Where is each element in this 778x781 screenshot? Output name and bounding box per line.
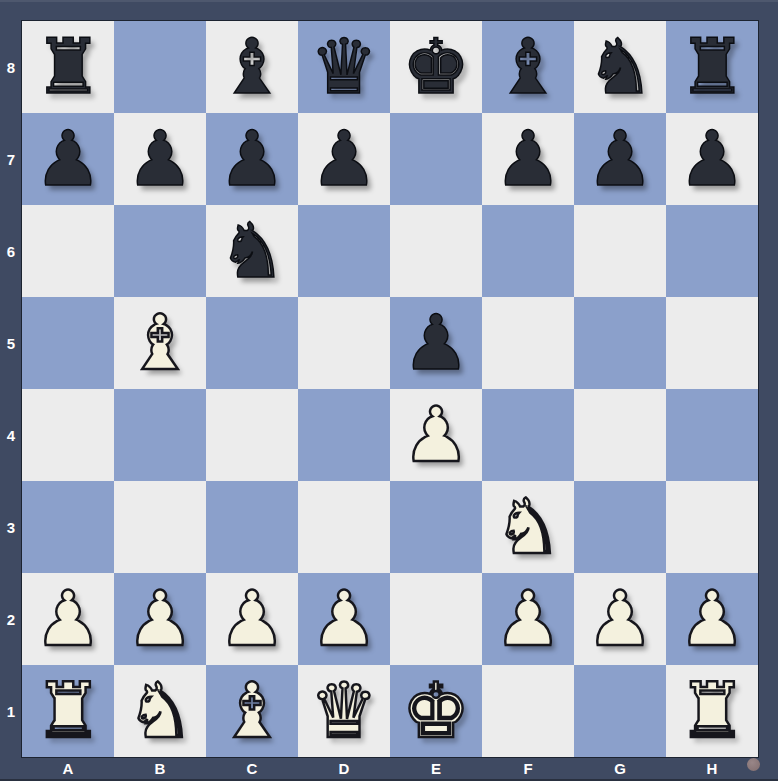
square-b3[interactable] xyxy=(114,481,206,573)
rank-coordinates: 87654321 xyxy=(0,21,22,757)
square-h2[interactable]: ♟ xyxy=(666,573,758,665)
square-g8[interactable]: ♞ xyxy=(574,21,666,113)
white-pawn[interactable]: ♟ xyxy=(298,573,390,665)
square-h4[interactable] xyxy=(666,389,758,481)
square-d7[interactable]: ♟ xyxy=(298,113,390,205)
square-g5[interactable] xyxy=(574,297,666,389)
black-king[interactable]: ♚ xyxy=(390,21,482,113)
black-bishop[interactable]: ♝ xyxy=(482,21,574,113)
white-knight[interactable]: ♞ xyxy=(482,481,574,573)
chess-board-frame: 87654321 ♜♝♛♚♝♞♜♟♟♟♟♟♟♟♞♝♟♟♞♟♟♟♟♟♟♟♜♞♝♛♚… xyxy=(0,0,778,781)
square-f3[interactable]: ♞ xyxy=(482,481,574,573)
black-rook[interactable]: ♜ xyxy=(666,21,758,113)
file-label-c: C xyxy=(206,757,298,780)
white-pawn[interactable]: ♟ xyxy=(114,573,206,665)
file-coordinates: ABCDEFGH xyxy=(22,757,758,780)
square-f2[interactable]: ♟ xyxy=(482,573,574,665)
square-g1[interactable] xyxy=(574,665,666,757)
square-a4[interactable] xyxy=(22,389,114,481)
white-pawn[interactable]: ♟ xyxy=(574,573,666,665)
square-b2[interactable]: ♟ xyxy=(114,573,206,665)
white-pawn[interactable]: ♟ xyxy=(206,573,298,665)
white-queen[interactable]: ♛ xyxy=(298,665,390,757)
square-d4[interactable] xyxy=(298,389,390,481)
black-pawn[interactable]: ♟ xyxy=(390,297,482,389)
square-d2[interactable]: ♟ xyxy=(298,573,390,665)
rank-label-1: 1 xyxy=(0,665,22,757)
square-h5[interactable] xyxy=(666,297,758,389)
square-h1[interactable]: ♜ xyxy=(666,665,758,757)
white-bishop[interactable]: ♝ xyxy=(206,665,298,757)
square-d8[interactable]: ♛ xyxy=(298,21,390,113)
file-label-a: A xyxy=(22,757,114,780)
black-knight[interactable]: ♞ xyxy=(206,205,298,297)
square-e7[interactable] xyxy=(390,113,482,205)
white-pawn[interactable]: ♟ xyxy=(22,573,114,665)
white-rook[interactable]: ♜ xyxy=(22,665,114,757)
square-c5[interactable] xyxy=(206,297,298,389)
white-bishop[interactable]: ♝ xyxy=(114,297,206,389)
square-a8[interactable]: ♜ xyxy=(22,21,114,113)
square-h3[interactable] xyxy=(666,481,758,573)
rank-label-5: 5 xyxy=(0,297,22,389)
square-a3[interactable] xyxy=(22,481,114,573)
square-c4[interactable] xyxy=(206,389,298,481)
file-label-h: H xyxy=(666,757,758,780)
black-rook[interactable]: ♜ xyxy=(22,21,114,113)
square-g7[interactable]: ♟ xyxy=(574,113,666,205)
black-bishop[interactable]: ♝ xyxy=(206,21,298,113)
black-pawn[interactable]: ♟ xyxy=(114,113,206,205)
square-f1[interactable] xyxy=(482,665,574,757)
square-f4[interactable] xyxy=(482,389,574,481)
square-e3[interactable] xyxy=(390,481,482,573)
rank-label-3: 3 xyxy=(0,481,22,573)
square-h6[interactable] xyxy=(666,205,758,297)
square-a2[interactable]: ♟ xyxy=(22,573,114,665)
square-g6[interactable] xyxy=(574,205,666,297)
square-c8[interactable]: ♝ xyxy=(206,21,298,113)
black-pawn[interactable]: ♟ xyxy=(298,113,390,205)
square-f6[interactable] xyxy=(482,205,574,297)
square-b8[interactable] xyxy=(114,21,206,113)
square-e1[interactable]: ♚ xyxy=(390,665,482,757)
square-f5[interactable] xyxy=(482,297,574,389)
square-b5[interactable]: ♝ xyxy=(114,297,206,389)
square-b7[interactable]: ♟ xyxy=(114,113,206,205)
square-f7[interactable]: ♟ xyxy=(482,113,574,205)
black-queen[interactable]: ♛ xyxy=(298,21,390,113)
black-pawn[interactable]: ♟ xyxy=(206,113,298,205)
white-knight[interactable]: ♞ xyxy=(114,665,206,757)
square-e6[interactable] xyxy=(390,205,482,297)
file-label-d: D xyxy=(298,757,390,780)
square-h8[interactable]: ♜ xyxy=(666,21,758,113)
square-c2[interactable]: ♟ xyxy=(206,573,298,665)
rank-label-8: 8 xyxy=(0,21,22,113)
rank-label-7: 7 xyxy=(0,113,22,205)
square-a1[interactable]: ♜ xyxy=(22,665,114,757)
rank-label-6: 6 xyxy=(0,205,22,297)
rank-label-4: 4 xyxy=(0,389,22,481)
square-b4[interactable] xyxy=(114,389,206,481)
square-d1[interactable]: ♛ xyxy=(298,665,390,757)
square-e8[interactable]: ♚ xyxy=(390,21,482,113)
square-h7[interactable]: ♟ xyxy=(666,113,758,205)
black-knight[interactable]: ♞ xyxy=(574,21,666,113)
square-c7[interactable]: ♟ xyxy=(206,113,298,205)
move-indicator-dot xyxy=(747,758,760,771)
square-c6[interactable]: ♞ xyxy=(206,205,298,297)
black-pawn[interactable]: ♟ xyxy=(666,113,758,205)
black-pawn[interactable]: ♟ xyxy=(482,113,574,205)
white-pawn[interactable]: ♟ xyxy=(390,389,482,481)
square-a6[interactable] xyxy=(22,205,114,297)
square-e4[interactable]: ♟ xyxy=(390,389,482,481)
white-rook[interactable]: ♜ xyxy=(666,665,758,757)
square-d3[interactable] xyxy=(298,481,390,573)
file-label-g: G xyxy=(574,757,666,780)
file-label-b: B xyxy=(114,757,206,780)
chess-board[interactable]: ♜♝♛♚♝♞♜♟♟♟♟♟♟♟♞♝♟♟♞♟♟♟♟♟♟♟♜♞♝♛♚♜ xyxy=(22,21,758,757)
square-a5[interactable] xyxy=(22,297,114,389)
white-pawn[interactable]: ♟ xyxy=(666,573,758,665)
white-king[interactable]: ♚ xyxy=(390,665,482,757)
square-b6[interactable] xyxy=(114,205,206,297)
file-label-f: F xyxy=(482,757,574,780)
square-b1[interactable]: ♞ xyxy=(114,665,206,757)
square-g2[interactable]: ♟ xyxy=(574,573,666,665)
square-f8[interactable]: ♝ xyxy=(482,21,574,113)
file-label-e: E xyxy=(390,757,482,780)
white-pawn[interactable]: ♟ xyxy=(482,573,574,665)
square-c3[interactable] xyxy=(206,481,298,573)
rank-label-2: 2 xyxy=(0,573,22,665)
square-d6[interactable] xyxy=(298,205,390,297)
square-c1[interactable]: ♝ xyxy=(206,665,298,757)
square-a7[interactable]: ♟ xyxy=(22,113,114,205)
square-g4[interactable] xyxy=(574,389,666,481)
square-e5[interactable]: ♟ xyxy=(390,297,482,389)
square-d5[interactable] xyxy=(298,297,390,389)
black-pawn[interactable]: ♟ xyxy=(574,113,666,205)
square-e2[interactable] xyxy=(390,573,482,665)
square-g3[interactable] xyxy=(574,481,666,573)
black-pawn[interactable]: ♟ xyxy=(22,113,114,205)
